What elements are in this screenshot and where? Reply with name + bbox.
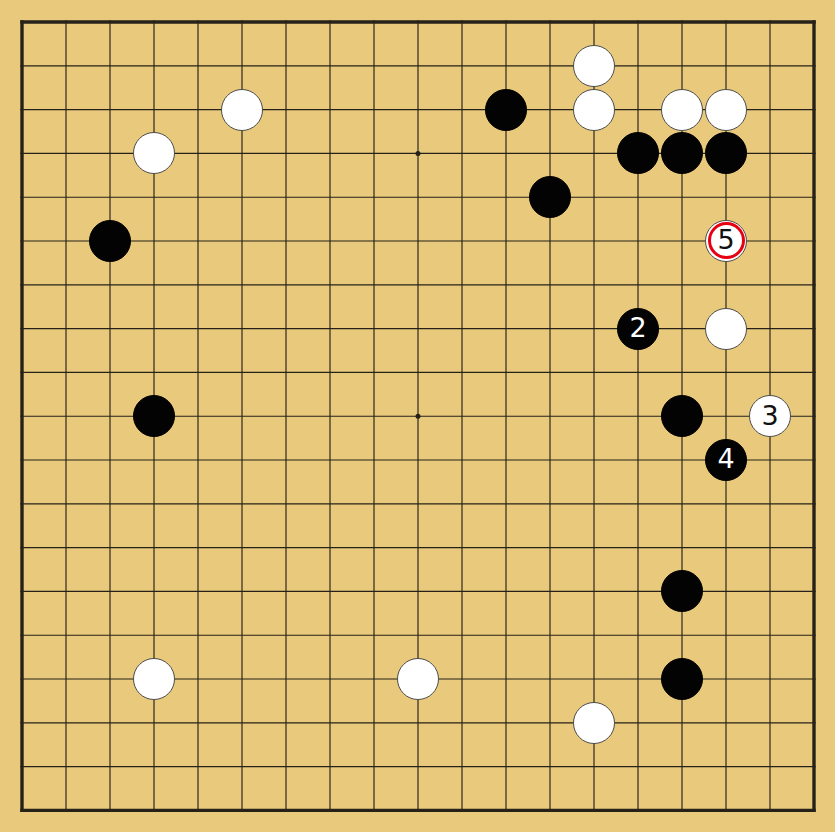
stone-black: [133, 395, 175, 437]
intersection: [528, 175, 572, 219]
stone-black: [529, 176, 571, 218]
board-surface[interactable]: 5234: [0, 0, 835, 832]
intersection: [396, 657, 440, 701]
intersection: [484, 88, 528, 132]
intersection: [660, 657, 704, 701]
move-number-label: 3: [761, 402, 778, 429]
go-board-diagram: 5234: [0, 0, 835, 832]
stone-black: [661, 658, 703, 700]
move-number-label: 2: [629, 314, 646, 341]
intersection: [572, 88, 616, 132]
move-number-label: 4: [717, 445, 734, 472]
stone-black: [617, 132, 659, 174]
intersection: [220, 88, 264, 132]
stone-black: [661, 570, 703, 612]
stone-white: [133, 658, 175, 700]
stone-white: [221, 89, 263, 131]
intersection: [572, 701, 616, 745]
intersection: [572, 44, 616, 88]
stone-white: [573, 45, 615, 87]
intersection: 2: [616, 307, 660, 351]
intersection: [660, 88, 704, 132]
stone-white: [705, 89, 747, 131]
intersection: [704, 131, 748, 175]
stone-black: [705, 132, 747, 174]
intersection: [132, 131, 176, 175]
intersection: [660, 394, 704, 438]
stone-white-move-3: 3: [749, 395, 791, 437]
intersection: [704, 307, 748, 351]
stone-white-move-5: 5: [705, 220, 747, 262]
intersection: 5: [704, 219, 748, 263]
intersection: 4: [704, 438, 748, 482]
stone-white: [573, 702, 615, 744]
stone-black-move-2: 2: [617, 308, 659, 350]
stone-white: [705, 308, 747, 350]
intersection: [704, 88, 748, 132]
stone-black: [485, 89, 527, 131]
stone-white: [661, 89, 703, 131]
stone-black: [661, 395, 703, 437]
stone-black: [89, 220, 131, 262]
stone-black-move-4: 4: [705, 439, 747, 481]
intersection: [132, 657, 176, 701]
intersection: [660, 131, 704, 175]
stone-white: [573, 89, 615, 131]
move-number-label: 5: [717, 226, 734, 253]
intersection: [616, 131, 660, 175]
stone-black: [661, 132, 703, 174]
intersection: [88, 219, 132, 263]
intersection: [132, 394, 176, 438]
stone-white: [133, 132, 175, 174]
intersection: 3: [748, 394, 792, 438]
intersection: [660, 569, 704, 613]
stone-white: [397, 658, 439, 700]
